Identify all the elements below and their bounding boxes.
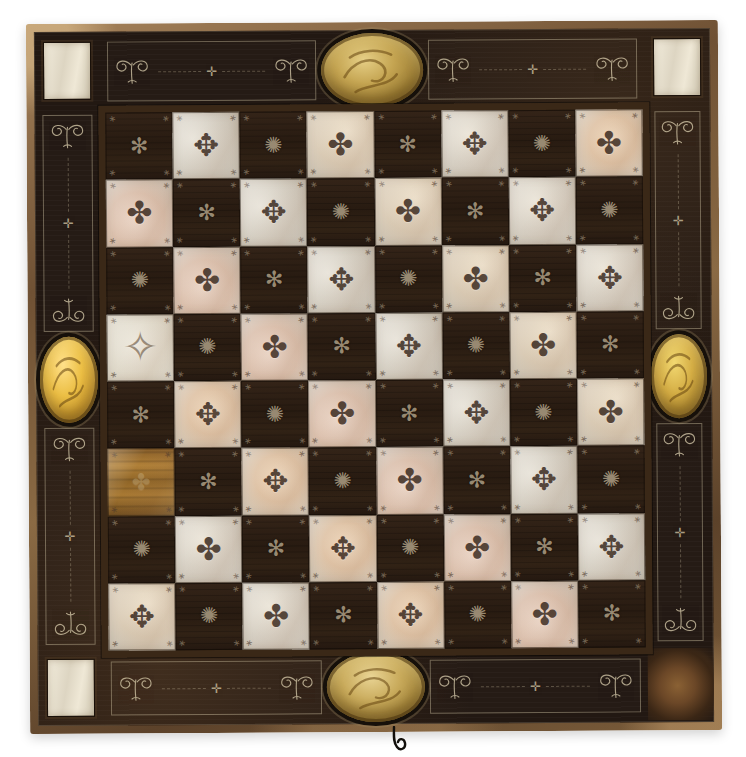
corner-fly-mark-icon: ∗ [577,299,589,311]
corner-fly-mark-icon: ∗ [176,516,188,528]
corner-fly-mark-icon: ∗ [361,112,373,124]
corner-fly-mark-icon: ∗ [227,167,239,179]
square-r8c2[interactable]: ✺∗∗∗∗ [175,583,243,651]
corner-fly-mark-icon: ∗ [498,582,510,594]
corner-fly-mark-icon: ∗ [227,180,239,192]
square-r7c5[interactable]: ✺∗∗∗∗ [376,514,444,582]
corner-fly-mark-icon: ∗ [108,436,120,448]
square-r8c5[interactable]: ✥∗∗∗∗ [377,581,445,649]
corner-fly-mark-icon: ∗ [431,569,443,581]
corner-fly-mark-icon: ∗ [442,165,454,177]
scroll-ornament-icon [47,294,89,328]
scroll-ornament-icon [659,603,701,637]
corner-fly-mark-icon: ∗ [563,245,575,257]
corner-fly-mark-icon: ∗ [509,111,521,123]
corner-fly-mark-icon: ∗ [429,246,441,258]
square-r3c7[interactable]: ✻∗∗∗∗ [509,244,577,312]
corner-fly-mark-icon: ∗ [564,366,576,378]
corner-fly-mark-icon: ∗ [108,382,120,394]
square-r4c2[interactable]: ✺∗∗∗∗ [174,314,242,382]
etched-line [67,158,68,212]
foliate-engraving-icon: ✥ [262,466,288,497]
corner-fly-mark-icon: ∗ [173,113,185,125]
foliate-engraving-icon: ✥ [462,128,488,159]
corner-fly-mark-icon: ∗ [375,112,387,124]
snowflake-engraving-icon: ✺ [468,604,487,626]
corner-fly-mark-icon: ∗ [630,164,642,176]
square-r3c6[interactable]: ✤∗∗∗∗ [442,245,510,313]
corner-fly-mark-icon: ∗ [241,180,253,192]
foliate-engraving-icon: ✥ [193,130,219,161]
corner-fly-mark-icon: ∗ [109,517,121,529]
corner-fly-mark-icon: ∗ [444,515,456,527]
square-r6c2[interactable]: ✻∗∗∗∗ [175,448,243,516]
corner-fly-mark-icon: ∗ [229,449,241,461]
corner-fly-mark-icon: ∗ [578,379,590,391]
square-r5c8[interactable]: ✤∗∗∗∗ [577,378,645,446]
corner-fly-mark-icon: ∗ [443,300,455,312]
corner-fly-mark-icon: ∗ [362,179,374,191]
square-r4c5[interactable]: ✥∗∗∗∗ [375,312,443,380]
corner-fly-mark-icon: ∗ [177,638,189,650]
corner-fly-mark-icon: ∗ [563,178,575,190]
engraved-panel: ✛ [430,658,641,713]
corner-fly-mark-icon: ∗ [579,568,591,580]
snowflake-engraving-icon: ✻ [601,334,620,356]
square-r5c5[interactable]: ✻∗∗∗∗ [376,380,444,448]
foliate-engraving-icon: ✤ [598,397,624,428]
snowflake-engraving-icon: ✺ [534,402,553,424]
corner-fly-mark-icon: ∗ [378,637,390,649]
foliate-engraving-icon: ✤ [327,129,353,160]
corner-fly-mark-icon: ∗ [362,246,374,258]
corner-fly-mark-icon: ∗ [376,233,388,245]
square-r8c3[interactable]: ✤∗∗∗∗ [243,582,311,650]
corner-fly-mark-icon: ∗ [241,167,253,179]
corner-fly-mark-icon: ∗ [243,436,255,448]
etched-cross-icon: ✛ [674,526,685,539]
etched-line [546,685,590,686]
corner-fly-mark-icon: ∗ [563,165,575,177]
corner-fly-mark-icon: ∗ [632,433,644,445]
corner-fly-mark-icon: ∗ [633,568,645,580]
corner-fly-mark-icon: ∗ [378,569,390,581]
square-r4c6[interactable]: ✺∗∗∗∗ [442,312,510,380]
corner-fly-mark-icon: ∗ [364,515,376,527]
game-board: ✛ ✛ ✛ ✛ ✛ ✛ ✛ [26,20,722,734]
square-r5c3[interactable]: ✺∗∗∗∗ [241,380,309,448]
snowflake-engraving-icon: ✻ [466,200,485,222]
corner-fly-mark-icon: ∗ [309,368,321,380]
foliate-engraving-icon: ✥ [129,601,155,632]
scroll-ornament-icon [591,51,633,85]
snowflake-engraving-icon: ✻ [334,605,353,627]
square-r1c7[interactable]: ✺∗∗∗∗ [508,110,576,178]
etched-line [158,71,201,72]
square-r5c7[interactable]: ✺∗∗∗∗ [510,379,578,447]
etched-line [222,70,265,71]
corner-fly-mark-icon: ∗ [162,436,174,448]
corner-fly-mark-icon: ∗ [510,313,522,325]
corner-fly-mark-icon: ∗ [443,313,455,325]
corner-fly-mark-icon: ∗ [564,299,576,311]
corner-fly-mark-icon: ∗ [443,246,455,258]
corner-fly-mark-icon: ∗ [577,245,589,257]
corner-fly-mark-icon: ∗ [511,447,523,459]
corner-fly-mark-icon: ∗ [362,300,374,312]
corner-fly-mark-icon: ∗ [499,636,511,648]
square-r1c3[interactable]: ✺∗∗∗∗ [240,111,308,179]
corner-fly-mark-icon: ∗ [442,178,454,190]
gold-medallion-left-icon [40,337,99,423]
corner-fly-mark-icon: ∗ [498,569,510,581]
corner-fly-mark-icon: ∗ [428,111,440,123]
foliate-engraving-icon: ✥ [330,533,356,564]
corner-fly-mark-icon: ∗ [294,112,306,124]
snowflake-engraving-icon: ✻ [398,133,417,155]
corner-fly-mark-icon: ∗ [243,503,255,515]
etched-cross-icon: ✛ [211,681,222,694]
gold-medallion-right-icon [651,334,708,418]
corner-fly-mark-icon: ∗ [107,167,119,179]
corner-fly-mark-icon: ∗ [376,381,388,393]
corner-fly-mark-icon: ∗ [163,638,175,650]
corner-fly-mark-icon: ∗ [175,315,187,327]
square-r1c8[interactable]: ✤∗∗∗∗ [575,109,643,177]
corner-fly-mark-icon: ∗ [565,501,577,513]
square-r7c3[interactable]: ✻∗∗∗∗ [242,515,310,583]
square-r7c8[interactable]: ✥∗∗∗∗ [578,513,646,581]
square-r3c3[interactable]: ✻∗∗∗∗ [240,246,308,314]
etched-cross-icon: ✛ [527,62,538,75]
corner-fly-mark-icon: ∗ [241,112,253,124]
corner-fly-mark-icon: ∗ [377,448,389,460]
corner-fly-mark-icon: ∗ [161,315,173,327]
corner-fly-mark-icon: ∗ [632,514,644,526]
corner-fly-mark-icon: ∗ [295,234,307,246]
foliate-engraving-icon: ✥ [597,262,623,293]
corner-fly-mark-icon: ∗ [431,515,443,527]
corner-fly-mark-icon: ∗ [109,584,121,596]
corner-fly-mark-icon: ∗ [496,245,508,257]
snowflake-engraving-icon: ✻ [603,603,622,625]
snowflake-engraving-icon: ✻ [265,269,284,291]
corner-fly-mark-icon: ∗ [630,177,642,189]
corner-fly-mark-icon: ∗ [577,312,589,324]
corner-fly-mark-icon: ∗ [444,447,456,459]
square-r2c2[interactable]: ✻∗∗∗∗ [173,179,241,247]
snowflake-engraving-icon: ✺ [399,268,418,290]
snowflake-engraving-icon: ✺ [132,538,151,560]
corner-fly-mark-icon: ∗ [242,381,254,393]
corner-fly-mark-icon: ∗ [176,503,188,515]
corner-fly-mark-icon: ∗ [106,113,118,125]
square-r5c2[interactable]: ✥∗∗∗∗ [174,381,242,449]
corner-fly-mark-icon: ∗ [631,232,643,244]
corner-fly-mark-icon: ∗ [310,448,322,460]
square-r6c3[interactable]: ✥∗∗∗∗ [242,448,310,516]
corner-fly-mark-icon: ∗ [160,167,172,179]
etched-cross-icon: ✛ [63,217,74,230]
corner-fly-mark-icon: ∗ [632,501,644,513]
square-r2c1[interactable]: ✤∗∗∗∗ [106,179,174,247]
foliate-engraving-icon: ✤ [262,331,288,362]
corner-fly-mark-icon: ∗ [565,568,577,580]
frame-band-top: ✛ ✛ [102,32,642,107]
corner-fly-mark-icon: ∗ [296,368,308,380]
corner-fly-mark-icon: ∗ [376,368,388,380]
corner-fly-mark-icon: ∗ [563,110,575,122]
snowflake-engraving-icon: ✺ [533,133,552,155]
ivory-corner-plaque [653,38,701,96]
corner-fly-mark-icon: ∗ [509,178,521,190]
snowflake-engraving-icon: ✺ [401,537,420,559]
square-r6c5[interactable]: ✤∗∗∗∗ [376,447,444,515]
square-r3c5[interactable]: ✺∗∗∗∗ [375,245,443,313]
corner-fly-mark-icon: ∗ [363,448,375,460]
corner-fly-mark-icon: ∗ [577,165,589,177]
corner-fly-mark-icon: ∗ [577,232,589,244]
square-r1c5[interactable]: ✻∗∗∗∗ [374,111,442,179]
corner-fly-mark-icon: ∗ [512,569,524,581]
square-r2c3[interactable]: ✥∗∗∗∗ [240,179,308,247]
square-r4c4[interactable]: ✻∗∗∗∗ [308,313,376,381]
corner-fly-mark-icon: ∗ [295,179,307,191]
square-r3c4[interactable]: ✥∗∗∗∗ [308,245,376,313]
corner-fly-mark-icon: ∗ [242,301,254,313]
etched-line [543,68,586,69]
corner-fly-mark-icon: ∗ [363,368,375,380]
square-r1c6[interactable]: ✥∗∗∗∗ [441,110,509,178]
corner-fly-mark-icon: ∗ [364,502,376,514]
corner-fly-mark-icon: ∗ [308,179,320,191]
square-r7c6[interactable]: ✤∗∗∗∗ [443,514,511,582]
clasp-hook-icon[interactable] [384,726,414,756]
square-r4c7[interactable]: ✤∗∗∗∗ [509,312,577,380]
corner-fly-mark-icon: ∗ [162,382,174,394]
square-r2c4[interactable]: ✺∗∗∗∗ [307,178,375,246]
foliate-engraving-icon: ✤ [462,263,488,294]
corner-fly-mark-icon: ∗ [496,178,508,190]
square-r1c2[interactable]: ✥∗∗∗∗ [173,112,241,180]
foliate-engraving-icon: ✥ [195,399,221,430]
corner-fly-mark-icon: ∗ [444,502,456,514]
square-r4c3[interactable]: ✤∗∗∗∗ [241,313,309,381]
brass-medallion-top-icon [321,33,423,108]
corner-fly-mark-icon: ∗ [308,234,320,246]
corner-fly-mark-icon: ∗ [566,581,578,593]
etched-line [677,154,678,209]
scroll-ornament-icon [434,669,476,703]
square-r7c4[interactable]: ✥∗∗∗∗ [309,514,377,582]
frame-corner-bottom-right-damaged [648,648,714,720]
etched-line [68,235,69,289]
corner-fly-mark-icon: ∗ [364,569,376,581]
square-r4c1[interactable]: ✧∗∗∗∗ [107,314,175,382]
square-r4c8[interactable]: ✻∗∗∗∗ [576,311,644,379]
square-r1c4[interactable]: ✤∗∗∗∗ [307,111,375,179]
engraved-panel: ✛ [654,111,701,329]
snowflake-engraving-icon: ✻ [535,536,554,558]
square-r2c8[interactable]: ✺∗∗∗∗ [576,177,644,245]
corner-fly-mark-icon: ∗ [161,247,173,259]
corner-fly-mark-icon: ∗ [445,636,457,648]
corner-fly-mark-icon: ∗ [243,583,255,595]
corner-fly-mark-icon: ∗ [579,501,591,513]
engraved-panel: ✛ [107,40,316,101]
corner-fly-mark-icon: ∗ [512,636,524,648]
scroll-ornament-icon [111,54,153,88]
corner-fly-mark-icon: ∗ [309,381,321,393]
scroll-ornament-icon [657,291,699,325]
corner-fly-mark-icon: ∗ [243,570,255,582]
foliate-engraving-icon: ✥ [328,264,354,295]
scroll-ornament-icon [656,115,698,149]
foliate-engraving-icon: ✥ [529,195,555,226]
scroll-ornament-icon [270,53,312,87]
corner-fly-mark-icon: ∗ [445,569,457,581]
corner-fly-mark-icon: ∗ [107,235,119,247]
square-r5c1[interactable]: ✻∗∗∗∗ [107,381,175,449]
corner-fly-mark-icon: ∗ [174,167,186,179]
corner-fly-mark-icon: ∗ [308,112,320,124]
scroll-ornament-icon [432,52,474,86]
corner-fly-mark-icon: ∗ [498,434,510,446]
etched-line [678,232,679,287]
corner-fly-mark-icon: ∗ [376,300,388,312]
corner-fly-mark-icon: ∗ [310,435,322,447]
corner-fly-mark-icon: ∗ [110,638,122,650]
corner-fly-mark-icon: ∗ [296,448,308,460]
square-r2c7[interactable]: ✥∗∗∗∗ [509,177,577,245]
square-r1c1[interactable]: ✻∗∗∗∗ [105,112,173,180]
corner-fly-mark-icon: ∗ [229,382,241,394]
corner-fly-mark-icon: ∗ [309,247,321,259]
corner-fly-mark-icon: ∗ [227,113,239,125]
etched-cross-icon: ✛ [64,530,75,543]
square-r2c6[interactable]: ✻∗∗∗∗ [441,177,509,245]
corner-fly-mark-icon: ∗ [512,582,524,594]
square-r8c1[interactable]: ✥∗∗∗∗ [108,583,176,651]
corner-fly-mark-icon: ∗ [498,447,510,459]
square-r3c8[interactable]: ✥∗∗∗∗ [576,244,644,312]
corner-fly-mark-icon: ∗ [297,637,309,649]
corner-fly-mark-icon: ∗ [444,367,456,379]
corner-fly-mark-icon: ∗ [311,583,323,595]
square-r3c2[interactable]: ✤∗∗∗∗ [173,246,241,314]
corner-fly-mark-icon: ∗ [429,179,441,191]
square-r6c6[interactable]: ✻∗∗∗∗ [443,446,511,514]
etched-cross-icon: ✛ [673,214,684,227]
corner-fly-mark-icon: ∗ [108,369,120,381]
square-r8c4[interactable]: ✻∗∗∗∗ [310,582,378,650]
foliate-engraving-icon: ✤ [464,532,490,563]
corner-fly-mark-icon: ∗ [297,570,309,582]
corner-fly-mark-icon: ∗ [108,449,120,461]
corner-fly-mark-icon: ∗ [363,435,375,447]
square-r3c1[interactable]: ✺∗∗∗∗ [106,247,174,315]
corner-fly-mark-icon: ∗ [311,570,323,582]
square-r2c5[interactable]: ✤∗∗∗∗ [374,178,442,246]
square-r8c7[interactable]: ✤∗∗∗∗ [511,581,579,649]
corner-fly-mark-icon: ∗ [308,166,320,178]
foliate-engraving-icon: ✧ [123,327,158,369]
corner-fly-mark-icon: ∗ [362,166,374,178]
corner-fly-mark-icon: ∗ [295,314,307,326]
corner-fly-mark-icon: ∗ [631,299,643,311]
square-r7c7[interactable]: ✻∗∗∗∗ [511,513,579,581]
corner-fly-mark-icon: ∗ [163,584,175,596]
corner-fly-mark-icon: ∗ [364,582,376,594]
corner-fly-mark-icon: ∗ [241,234,253,246]
corner-fly-mark-icon: ∗ [375,166,387,178]
etched-line [680,544,681,599]
corner-fly-mark-icon: ∗ [578,366,590,378]
snowflake-engraving-icon: ✻ [130,135,149,157]
square-r6c4[interactable]: ✺∗∗∗∗ [309,447,377,515]
corner-fly-mark-icon: ∗ [578,434,590,446]
square-r8c8[interactable]: ✻∗∗∗∗ [578,580,646,648]
corner-fly-mark-icon: ∗ [497,313,509,325]
square-r8c6[interactable]: ✺∗∗∗∗ [444,581,512,649]
corner-fly-mark-icon: ∗ [566,635,578,647]
snowflake-engraving-icon: ✺ [467,335,486,357]
corner-fly-mark-icon: ∗ [565,514,577,526]
corner-fly-mark-icon: ∗ [563,232,575,244]
scroll-ornament-icon [48,432,90,466]
corner-fly-mark-icon: ∗ [161,302,173,314]
corner-fly-mark-icon: ∗ [296,435,308,447]
foliate-engraving-icon: ✥ [463,397,489,428]
frame-band-left: ✛ ✛ [34,110,103,650]
corner-fly-mark-icon: ∗ [445,582,457,594]
snowflake-engraving-icon: ✺ [266,403,285,425]
square-r5c6[interactable]: ✥∗∗∗∗ [443,379,511,447]
corner-fly-mark-icon: ∗ [175,369,187,381]
corner-fly-mark-icon: ∗ [163,571,175,583]
corner-fly-mark-icon: ∗ [432,636,444,648]
square-r6c8[interactable]: ✺∗∗∗∗ [577,446,645,514]
square-r7c1[interactable]: ✺∗∗∗∗ [108,516,176,584]
corner-fly-mark-icon: ∗ [295,247,307,259]
corner-fly-mark-icon: ∗ [632,446,644,458]
square-r6c1[interactable]: ✤∗∗∗∗ [107,448,175,516]
foliate-engraving-icon: ✥ [261,197,287,228]
square-r6c7[interactable]: ✥∗∗∗∗ [510,446,578,514]
square-r7c2[interactable]: ✤∗∗∗∗ [175,515,243,583]
scroll-ornament-icon [115,671,157,705]
corner-fly-mark-icon: ∗ [229,368,241,380]
frame-corner-bottom-left [38,652,104,724]
snowflake-engraving-icon: ✻ [132,404,151,426]
corner-fly-mark-icon: ∗ [564,379,576,391]
corner-fly-mark-icon: ∗ [242,368,254,380]
corner-fly-mark-icon: ∗ [244,637,256,649]
square-r5c4[interactable]: ✤∗∗∗∗ [308,380,376,448]
corner-fly-mark-icon: ∗ [296,381,308,393]
corner-fly-mark-icon: ∗ [311,637,323,649]
engraved-panel: ✛ [656,423,703,641]
corner-fly-mark-icon: ∗ [511,380,523,392]
ivory-corner-plaque [43,42,91,100]
scroll-ornament-icon [658,427,700,461]
corner-fly-mark-icon: ∗ [579,581,591,593]
corner-fly-mark-icon: ∗ [430,435,442,447]
corner-fly-mark-icon: ∗ [496,111,508,123]
corner-fly-mark-icon: ∗ [363,313,375,325]
engraved-panel: ✛ [111,660,322,715]
etched-line [162,688,206,689]
